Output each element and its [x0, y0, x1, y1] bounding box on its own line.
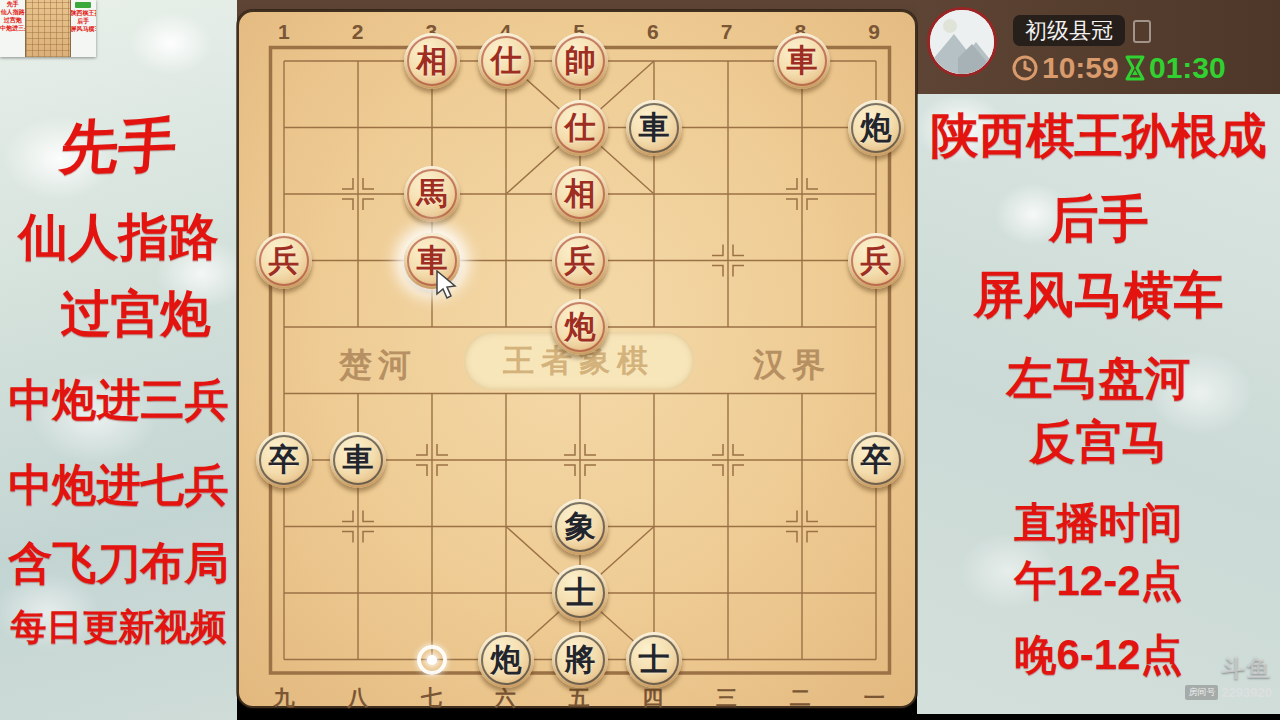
left-caption: 仙人指路 — [0, 204, 237, 271]
pip-left-strip: 先手 仙人指路 过宫炮 中炮进三兵 — [0, 0, 25, 57]
xiangqi-board[interactable]: 123456789 楚河 王者象棋 汉界 相仕帥車仕馬相兵車兵兵炮車炮卒車卒象士… — [237, 10, 917, 708]
douyu-logo: 斗鱼 — [1185, 653, 1272, 684]
piece-red[interactable]: 兵 — [552, 233, 608, 289]
piece-red[interactable]: 車 — [774, 33, 830, 89]
coord-label: 六 — [468, 684, 542, 712]
coord-label: 四 — [616, 684, 690, 712]
piece-black[interactable]: 炮 — [848, 100, 904, 156]
piece-red[interactable]: 仕 — [552, 100, 608, 156]
river-label-han: 汉界 — [737, 343, 847, 388]
pip-text: 中炮进三兵 — [0, 24, 25, 32]
piece-red[interactable]: 仕 — [478, 33, 534, 89]
coord-label: 一 — [837, 684, 911, 712]
coord-label: 八 — [321, 684, 395, 712]
mouse-cursor — [435, 270, 457, 304]
right-caption-playername: 陕西棋王孙根成 — [917, 104, 1280, 168]
piece-red[interactable]: 帥 — [552, 33, 608, 89]
right-caption: 反宫马 — [917, 412, 1280, 474]
stream-frame: 先手 仙人指路 过宫炮 中炮进三兵 陕西棋王孙根成 后手 屏风马横车 先手 仙人… — [0, 0, 1280, 720]
left-caption: 中炮进七兵 — [0, 456, 237, 515]
piece-red[interactable]: 炮 — [552, 299, 608, 355]
piece-black[interactable]: 將 — [552, 632, 608, 688]
move-origin-marker — [417, 645, 447, 675]
badge-extra-icon[interactable] — [1133, 20, 1151, 43]
pip-green-chip — [75, 2, 91, 8]
pip-text: 过宫炮 — [0, 16, 25, 24]
piece-black[interactable]: 卒 — [256, 432, 312, 488]
piece-red[interactable]: 相 — [552, 166, 608, 222]
right-caption: 后手 — [917, 186, 1280, 253]
pip-thumbnail: 先手 仙人指路 过宫炮 中炮进三兵 陕西棋王孙根成 后手 屏风马横车 — [0, 0, 96, 57]
piece-black[interactable]: 士 — [552, 565, 608, 621]
left-caption: 每日更新视频 — [0, 603, 237, 652]
piece-red[interactable]: 馬 — [404, 166, 460, 222]
piece-black[interactable]: 象 — [552, 499, 608, 555]
coord-label: 三 — [690, 684, 764, 712]
pip-text: 屏风马横车 — [71, 25, 96, 33]
left-caption: 中炮进三兵 — [0, 371, 237, 430]
left-text-panel: 先手 仙人指路 过宫炮 中炮进三兵 陕西棋王孙根成 后手 屏风马横车 先手 仙人… — [0, 0, 237, 720]
right-caption: 午12-2点 — [917, 553, 1280, 609]
right-caption: 左马盘河 — [917, 348, 1280, 410]
hourglass-icon — [1124, 55, 1146, 85]
right-caption: 屏风马横车 — [917, 262, 1280, 329]
coord-label: 五 — [542, 684, 616, 712]
pip-right-strip: 陕西棋王孙根成 后手 屏风马横车 — [71, 0, 96, 57]
left-caption: 含飞刀布局 — [0, 534, 237, 593]
rank-badge[interactable]: 初级县冠 — [1013, 15, 1125, 46]
room-number: 2293920 — [1221, 685, 1272, 700]
river-label-chu: 楚河 — [323, 343, 433, 388]
countdown-time: 01:30 — [1149, 51, 1226, 85]
board-coords-bottom: 九八七六五四三二一 — [247, 684, 911, 712]
piece-black[interactable]: 炮 — [478, 632, 534, 688]
douyu-watermark: 斗鱼 房间号 2293920 — [1185, 653, 1272, 700]
coord-label: 九 — [247, 684, 321, 712]
right-caption: 直播时间 — [917, 495, 1280, 551]
clock-icon — [1012, 55, 1038, 85]
pip-mini-board — [25, 0, 70, 57]
left-caption-xianshou: 先手 — [0, 104, 240, 190]
piece-black[interactable]: 卒 — [848, 432, 904, 488]
piece-red[interactable]: 兵 — [848, 233, 904, 289]
pip-text: 仙人指路 — [0, 8, 25, 16]
piece-black[interactable]: 士 — [626, 632, 682, 688]
pip-text: 后手 — [71, 17, 96, 25]
elapsed-time: 10:59 — [1042, 51, 1119, 85]
streamer-topbar: 初级县冠 10:59 01:30 — [917, 0, 1280, 94]
piece-red[interactable]: 兵 — [256, 233, 312, 289]
pip-text: 先手 — [0, 0, 25, 8]
piece-black[interactable]: 車 — [626, 100, 682, 156]
streamer-avatar[interactable] — [927, 7, 997, 77]
coord-label: 七 — [395, 684, 469, 712]
room-label: 房间号 — [1185, 685, 1218, 700]
move-origin-dot — [427, 655, 437, 665]
left-caption: 过宫炮 — [34, 281, 237, 348]
coord-label: 二 — [763, 684, 837, 712]
piece-black[interactable]: 車 — [330, 432, 386, 488]
right-text-panel: 初级县冠 10:59 01:30 陕西棋王孙根成 后手 屏风马横车 左马盘河 反… — [917, 0, 1280, 714]
pip-text: 陕西棋王孙根成 — [71, 9, 96, 17]
piece-red[interactable]: 相 — [404, 33, 460, 89]
